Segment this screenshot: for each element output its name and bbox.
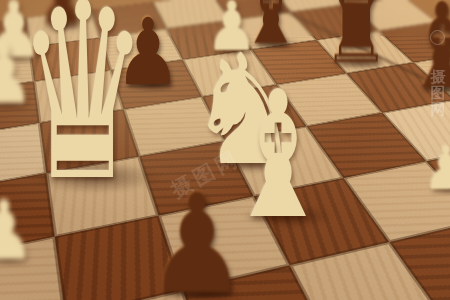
piece-white-pawn: ♟: [423, 138, 450, 198]
chessboard-photo: ♟♟♟♛♟♟♝♜♝♞♝♟♟♟ 摄图网 摄图网: [0, 0, 450, 300]
piece-black-rook: ♜: [322, 0, 390, 79]
piece-black-pawn: ♟: [148, 176, 247, 300]
pieces-layer: ♟♟♟♛♟♟♝♜♝♞♝♟♟♟: [0, 0, 450, 300]
piece-black-bishop: ♝: [405, 0, 450, 105]
piece-white-queen: ♛: [17, 0, 149, 215]
piece-white-pawn: ♟: [0, 190, 35, 272]
